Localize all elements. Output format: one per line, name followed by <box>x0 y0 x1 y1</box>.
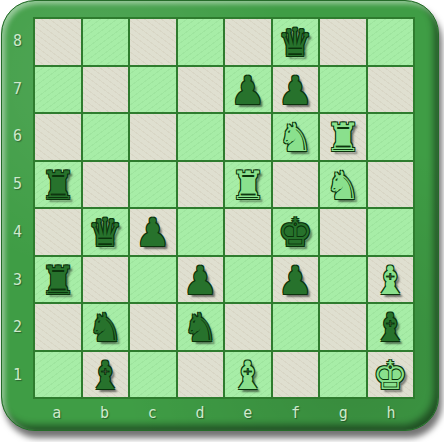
rank-label-8: 8 <box>2 17 33 65</box>
square-c2[interactable] <box>130 304 176 350</box>
file-label-c: c <box>129 399 177 427</box>
square-c8[interactable] <box>130 19 176 65</box>
file-labels: abcdefgh <box>33 399 415 427</box>
square-e2[interactable] <box>225 304 271 350</box>
square-h7[interactable] <box>368 67 414 113</box>
piece-white-bishop-h3[interactable]: ♝ <box>373 261 408 300</box>
piece-black-bishop-b1[interactable]: ♝ <box>88 356 123 395</box>
file-label-f: f <box>272 399 320 427</box>
square-b5[interactable] <box>83 162 129 208</box>
square-c5[interactable] <box>130 162 176 208</box>
square-f3[interactable]: ♟ <box>273 257 319 303</box>
square-g2[interactable] <box>320 304 366 350</box>
rank-label-5: 5 <box>2 160 33 208</box>
square-c3[interactable] <box>130 257 176 303</box>
chess-app-window: 87654321 ♛♟♟♞♜♜♜♞♛♟♚♜♟♟♝♞♞♝♝♝♚ abcdefgh <box>0 0 444 442</box>
piece-black-pawn-c4[interactable]: ♟ <box>135 213 170 252</box>
square-a8[interactable] <box>35 19 81 65</box>
piece-white-bishop-e1[interactable]: ♝ <box>230 356 265 395</box>
square-f1[interactable] <box>273 352 319 398</box>
square-g4[interactable] <box>320 209 366 255</box>
piece-black-queen-f8[interactable]: ♛ <box>278 23 313 62</box>
piece-black-knight-b2[interactable]: ♞ <box>88 308 123 347</box>
square-b6[interactable] <box>83 114 129 160</box>
square-h6[interactable] <box>368 114 414 160</box>
square-d2[interactable]: ♞ <box>178 304 224 350</box>
square-a4[interactable] <box>35 209 81 255</box>
square-f4[interactable]: ♚ <box>273 209 319 255</box>
rank-label-1: 1 <box>2 351 33 399</box>
square-c1[interactable] <box>130 352 176 398</box>
square-g3[interactable] <box>320 257 366 303</box>
file-label-b: b <box>81 399 129 427</box>
square-d7[interactable] <box>178 67 224 113</box>
piece-white-knight-g5[interactable]: ♞ <box>325 166 360 205</box>
square-g8[interactable] <box>320 19 366 65</box>
square-h3[interactable]: ♝ <box>368 257 414 303</box>
square-a3[interactable]: ♜ <box>35 257 81 303</box>
rank-label-2: 2 <box>2 304 33 352</box>
square-h5[interactable] <box>368 162 414 208</box>
square-g5[interactable]: ♞ <box>320 162 366 208</box>
piece-black-queen-b4[interactable]: ♛ <box>88 213 123 252</box>
square-e3[interactable] <box>225 257 271 303</box>
square-f5[interactable] <box>273 162 319 208</box>
rank-label-6: 6 <box>2 113 33 161</box>
square-d4[interactable] <box>178 209 224 255</box>
square-b8[interactable] <box>83 19 129 65</box>
square-e5[interactable]: ♜ <box>225 162 271 208</box>
file-label-g: g <box>320 399 368 427</box>
piece-black-rook-a5[interactable]: ♜ <box>40 166 75 205</box>
square-e1[interactable]: ♝ <box>225 352 271 398</box>
square-g7[interactable] <box>320 67 366 113</box>
square-h8[interactable] <box>368 19 414 65</box>
square-e4[interactable] <box>225 209 271 255</box>
piece-black-pawn-f3[interactable]: ♟ <box>278 261 313 300</box>
piece-black-pawn-f7[interactable]: ♟ <box>278 71 313 110</box>
square-a5[interactable]: ♜ <box>35 162 81 208</box>
square-f8[interactable]: ♛ <box>273 19 319 65</box>
rank-label-4: 4 <box>2 208 33 256</box>
rank-labels: 87654321 <box>2 17 33 399</box>
square-a7[interactable] <box>35 67 81 113</box>
square-c6[interactable] <box>130 114 176 160</box>
square-e7[interactable]: ♟ <box>225 67 271 113</box>
piece-white-rook-g6[interactable]: ♜ <box>325 118 360 157</box>
square-g6[interactable]: ♜ <box>320 114 366 160</box>
piece-white-knight-f6[interactable]: ♞ <box>278 118 313 157</box>
chess-board: ♛♟♟♞♜♜♜♞♛♟♚♜♟♟♝♞♞♝♝♝♚ <box>33 17 415 399</box>
square-d8[interactable] <box>178 19 224 65</box>
piece-black-bishop-h2[interactable]: ♝ <box>373 308 408 347</box>
square-h1[interactable]: ♚ <box>368 352 414 398</box>
square-h4[interactable] <box>368 209 414 255</box>
square-b1[interactable]: ♝ <box>83 352 129 398</box>
piece-black-knight-d2[interactable]: ♞ <box>183 308 218 347</box>
piece-black-pawn-e7[interactable]: ♟ <box>230 71 265 110</box>
square-e6[interactable] <box>225 114 271 160</box>
file-label-e: e <box>224 399 272 427</box>
piece-white-king-h1[interactable]: ♚ <box>373 356 408 395</box>
square-d6[interactable] <box>178 114 224 160</box>
square-b7[interactable] <box>83 67 129 113</box>
square-b3[interactable] <box>83 257 129 303</box>
file-label-d: d <box>176 399 224 427</box>
square-a6[interactable] <box>35 114 81 160</box>
square-g1[interactable] <box>320 352 366 398</box>
square-a1[interactable] <box>35 352 81 398</box>
piece-black-king-f4[interactable]: ♚ <box>278 213 313 252</box>
square-h2[interactable]: ♝ <box>368 304 414 350</box>
file-label-h: h <box>367 399 415 427</box>
file-label-a: a <box>33 399 81 427</box>
rank-label-3: 3 <box>2 256 33 304</box>
square-b2[interactable]: ♞ <box>83 304 129 350</box>
square-d3[interactable]: ♟ <box>178 257 224 303</box>
square-c4[interactable]: ♟ <box>130 209 176 255</box>
square-c7[interactable] <box>130 67 176 113</box>
square-e8[interactable] <box>225 19 271 65</box>
piece-white-rook-e5[interactable]: ♜ <box>230 166 265 205</box>
piece-black-rook-a3[interactable]: ♜ <box>40 261 75 300</box>
piece-black-pawn-d3[interactable]: ♟ <box>183 261 218 300</box>
square-f2[interactable] <box>273 304 319 350</box>
square-d1[interactable] <box>178 352 224 398</box>
square-a2[interactable] <box>35 304 81 350</box>
square-f6[interactable]: ♞ <box>273 114 319 160</box>
square-f7[interactable]: ♟ <box>273 67 319 113</box>
rank-label-7: 7 <box>2 65 33 113</box>
square-b4[interactable]: ♛ <box>83 209 129 255</box>
square-d5[interactable] <box>178 162 224 208</box>
